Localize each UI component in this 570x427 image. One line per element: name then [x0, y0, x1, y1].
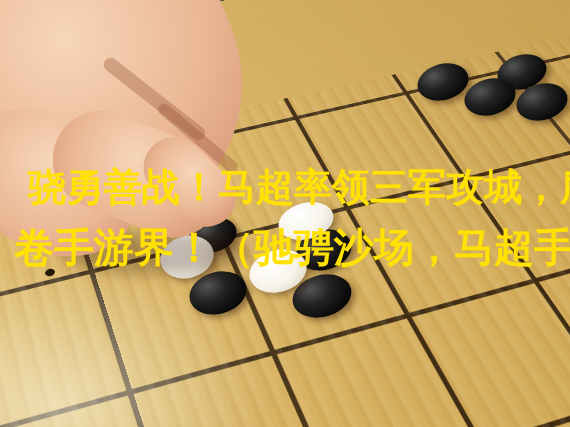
- go-board-photo: 骁勇善战！马超率领三军攻城，席 卷手游界！（驰骋沙场，马超手游: [0, 0, 570, 427]
- headline-line-1: 骁勇善战！马超率领三军攻城，席: [28, 168, 570, 206]
- headline-line-2: 卷手游界！（驰骋沙场，马超手游: [14, 227, 570, 267]
